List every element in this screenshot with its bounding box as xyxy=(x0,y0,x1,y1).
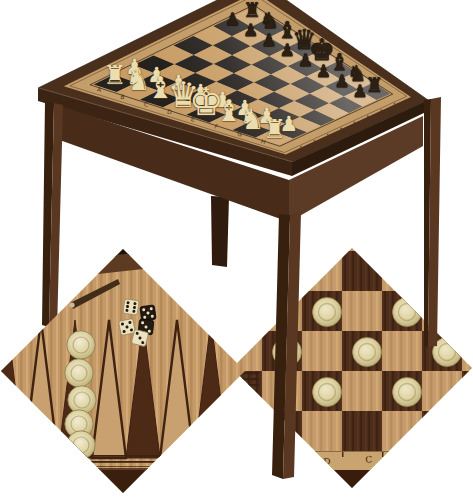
edge-pinstripe xyxy=(20,461,235,463)
die-cream-6 xyxy=(123,299,139,315)
die-black-5 xyxy=(140,305,156,321)
backgammon-inset xyxy=(0,0,473,499)
stick-tip xyxy=(69,302,74,307)
edge-pinstripe xyxy=(20,455,235,457)
backgammon-checker xyxy=(65,359,93,387)
edge-pinstripe xyxy=(20,466,235,467)
board-frame-corner xyxy=(20,468,235,499)
die-cream-5 xyxy=(118,318,135,335)
die-cream-3 xyxy=(131,329,148,346)
frame-corner-highlight xyxy=(20,468,235,470)
product-photo-games-table: DC ABCDEFGH ♜♞♝♛♚♝♞♜♟♟♟♟♟♟♟♟♟♟♟♟♟♟♟♟♜♞♝♛… xyxy=(0,0,473,499)
backgammon-checker xyxy=(67,331,95,359)
backgammon-board-closeup xyxy=(0,230,250,499)
backgammon-checker xyxy=(67,431,95,459)
